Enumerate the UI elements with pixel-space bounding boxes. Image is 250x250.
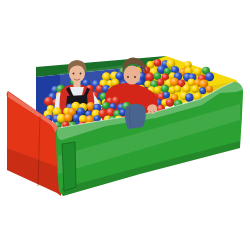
ball bbox=[166, 98, 175, 107]
ball bbox=[191, 85, 199, 93]
ball bbox=[102, 102, 110, 110]
child-left-eye-right bbox=[80, 73, 82, 75]
ball bbox=[206, 85, 213, 92]
ball bbox=[174, 85, 181, 92]
child-right-eye-right bbox=[134, 76, 136, 78]
ball bbox=[154, 86, 161, 93]
ball bbox=[199, 87, 206, 94]
front-wall-flap bbox=[62, 142, 76, 191]
child-right-head bbox=[124, 66, 141, 85]
child-right-eye-left bbox=[127, 76, 129, 78]
ball bbox=[44, 97, 53, 106]
child-left-eye-left bbox=[73, 73, 75, 75]
ball bbox=[145, 73, 154, 82]
ball bbox=[163, 91, 170, 98]
ball-pool-photo bbox=[0, 0, 250, 250]
ball bbox=[102, 72, 111, 81]
child-right-knee-jeans bbox=[125, 104, 146, 129]
ball bbox=[183, 85, 191, 93]
ball bbox=[64, 113, 73, 122]
ball-pool-scene bbox=[0, 0, 250, 250]
ball bbox=[161, 85, 169, 93]
ball bbox=[157, 78, 165, 86]
ball bbox=[205, 72, 214, 81]
